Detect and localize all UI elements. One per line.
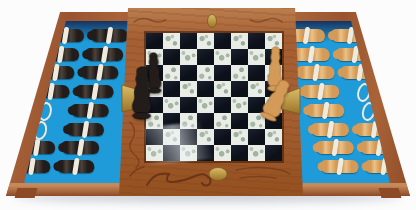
tray-piece[interactable]	[76, 85, 114, 98]
tray-piece[interactable]	[365, 160, 403, 173]
square-f6[interactable]	[231, 65, 248, 81]
board-squares	[146, 33, 282, 161]
tray-piece[interactable]	[336, 48, 374, 61]
tray-piece[interactable]	[56, 160, 94, 173]
square-a8[interactable]	[146, 33, 163, 49]
square-c1[interactable]	[180, 145, 197, 161]
square-e1[interactable]	[214, 145, 231, 161]
tray-piece[interactable]	[32, 85, 70, 98]
square-d3[interactable]	[197, 113, 214, 129]
tray-row	[14, 29, 128, 42]
tray-piece[interactable]	[71, 104, 109, 117]
tray-piece[interactable]	[341, 66, 379, 79]
square-e2[interactable]	[214, 129, 231, 145]
square-d5[interactable]	[197, 81, 214, 97]
square-f4[interactable]	[231, 97, 248, 113]
square-b1[interactable]	[163, 145, 180, 161]
tray-piece[interactable]	[80, 66, 118, 79]
tray-piece[interactable]	[331, 29, 369, 42]
tray-row	[0, 123, 104, 136]
square-g7[interactable]	[248, 49, 265, 65]
empty-band-loop	[350, 104, 388, 117]
square-f7[interactable]	[231, 49, 248, 65]
square-b8[interactable]	[163, 33, 180, 49]
tray-row	[9, 48, 123, 61]
loose-piece-black-2[interactable]	[131, 66, 154, 120]
square-h2[interactable]	[265, 129, 282, 145]
empty-band-loop	[345, 85, 383, 98]
tray-row	[0, 141, 99, 154]
tray-row	[0, 85, 114, 98]
tray-piece[interactable]	[85, 48, 123, 61]
square-a2[interactable]	[146, 129, 163, 145]
tray-piece[interactable]	[90, 29, 128, 42]
square-d2[interactable]	[197, 129, 214, 145]
square-c3[interactable]	[180, 113, 197, 129]
square-g6[interactable]	[248, 65, 265, 81]
square-c8[interactable]	[180, 33, 197, 49]
tray-piece[interactable]	[360, 141, 398, 154]
square-f1[interactable]	[231, 145, 248, 161]
square-f5[interactable]	[231, 81, 248, 97]
tray-piece[interactable]	[306, 104, 344, 117]
tray-row	[4, 66, 118, 79]
tray-row	[0, 160, 94, 173]
black-pieces-tray	[6, 12, 138, 196]
tray-piece[interactable]	[311, 123, 349, 136]
square-g5[interactable]	[248, 81, 265, 97]
tray-foot-right	[379, 188, 402, 198]
square-e4[interactable]	[214, 97, 231, 113]
square-c6[interactable]	[180, 65, 197, 81]
square-b7[interactable]	[163, 49, 180, 65]
tray-piece[interactable]	[297, 66, 335, 79]
square-d1[interactable]	[197, 145, 214, 161]
tray-row	[287, 29, 402, 42]
tray-row	[316, 141, 416, 154]
square-e6[interactable]	[214, 65, 231, 81]
tray-piece[interactable]	[316, 141, 354, 154]
tray-foot-left	[15, 188, 38, 198]
square-e7[interactable]	[214, 49, 231, 65]
square-d8[interactable]	[197, 33, 214, 49]
square-c2[interactable]	[180, 129, 197, 145]
tray-piece[interactable]	[292, 48, 330, 61]
square-g8[interactable]	[248, 33, 265, 49]
square-b5[interactable]	[163, 81, 180, 97]
square-f3[interactable]	[231, 113, 248, 129]
square-d6[interactable]	[197, 65, 214, 81]
square-b3[interactable]	[163, 113, 180, 129]
square-b2[interactable]	[163, 129, 180, 145]
chess-set-photo	[0, 0, 416, 210]
tray-row	[301, 85, 416, 98]
tray-row	[306, 104, 416, 117]
square-c4[interactable]	[180, 97, 197, 113]
square-d7[interactable]	[197, 49, 214, 65]
square-c5[interactable]	[180, 81, 197, 97]
square-e3[interactable]	[214, 113, 231, 129]
tray-piece[interactable]	[66, 123, 104, 136]
square-d4[interactable]	[197, 97, 214, 113]
tray-row	[0, 104, 109, 117]
tray-piece[interactable]	[321, 160, 359, 173]
tray-felt-left	[14, 21, 132, 183]
tray-row	[292, 48, 407, 61]
empty-band-loop	[27, 104, 65, 117]
square-e8[interactable]	[214, 33, 231, 49]
tray-piece[interactable]	[17, 141, 55, 154]
square-e5[interactable]	[214, 81, 231, 97]
square-f8[interactable]	[231, 33, 248, 49]
tray-piece[interactable]	[12, 160, 50, 173]
tray-piece[interactable]	[301, 85, 339, 98]
tray-piece[interactable]	[61, 141, 99, 154]
tray-slots-right	[287, 29, 402, 173]
chess-board[interactable]	[146, 33, 282, 161]
tray-slots-left	[14, 29, 128, 173]
square-g2[interactable]	[248, 129, 265, 145]
square-h1[interactable]	[265, 145, 282, 161]
square-g1[interactable]	[248, 145, 265, 161]
tray-piece[interactable]	[36, 66, 74, 79]
tray-piece[interactable]	[46, 29, 84, 42]
tray-row	[297, 66, 412, 79]
square-a1[interactable]	[146, 145, 163, 161]
tray-piece[interactable]	[355, 123, 393, 136]
tray-piece[interactable]	[41, 48, 79, 61]
tray-row	[311, 123, 416, 136]
square-b4[interactable]	[163, 97, 180, 113]
square-b6[interactable]	[163, 65, 180, 81]
square-c7[interactable]	[180, 49, 197, 65]
empty-band-loop	[22, 123, 60, 136]
square-f2[interactable]	[231, 129, 248, 145]
tray-row	[321, 160, 416, 173]
